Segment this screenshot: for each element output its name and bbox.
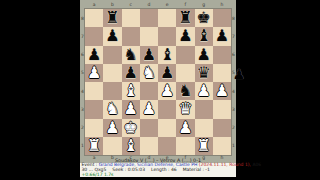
black-pawn-icon: ♟ (85, 46, 103, 64)
rank-labels-right: 87654321 (231, 9, 236, 155)
square-c8[interactable] (122, 9, 140, 27)
white-bishop-icon: ♝ (122, 137, 140, 155)
rank-label: 8 (231, 9, 236, 27)
file-label: f (176, 2, 194, 8)
square-b5[interactable] (103, 64, 121, 82)
square-c5[interactable]: ♟ (122, 64, 140, 82)
eco-code: A06 (252, 162, 261, 167)
video-frame: { "game": "chess", "position": { "fen": … (0, 0, 320, 180)
square-g3[interactable] (195, 100, 213, 118)
black-pawn-icon: ♟ (158, 64, 176, 82)
square-c1[interactable]: ♝ (122, 137, 140, 155)
square-c2[interactable]: ♚ (122, 119, 140, 137)
black-pawn-icon: ♟ (140, 46, 158, 64)
square-c3[interactable]: ♟ (122, 100, 140, 118)
square-h6[interactable] (213, 46, 231, 64)
square-b6[interactable] (103, 46, 121, 64)
square-d1[interactable] (140, 137, 158, 155)
black-knight-icon: ♞ (176, 82, 194, 100)
square-b8[interactable]: ♜ (103, 9, 121, 27)
square-d2[interactable] (140, 119, 158, 137)
square-f7[interactable]: ♟ (176, 27, 194, 45)
game-length: Length : 46 (151, 168, 177, 173)
rank-label: 6 (231, 46, 236, 64)
black-rook-icon: ♜ (176, 9, 194, 27)
square-h8[interactable] (213, 9, 231, 27)
square-f5[interactable] (176, 64, 194, 82)
square-d4[interactable] (140, 82, 158, 100)
square-d7[interactable] (140, 27, 158, 45)
square-h3[interactable] (213, 100, 231, 118)
square-h2[interactable] (213, 119, 231, 137)
square-e2[interactable] (158, 119, 176, 137)
white-pawn-icon: ♟ (213, 82, 231, 100)
black-king-icon: ♚ (195, 9, 213, 27)
rank-label: 7 (231, 27, 236, 45)
black-knight-icon: ♞ (122, 46, 140, 64)
rank-label: 3 (231, 100, 236, 118)
file-label: a (85, 2, 103, 8)
file-label: e (158, 2, 176, 8)
black-rook-icon: ♜ (103, 9, 121, 27)
file-label: h (213, 2, 231, 8)
square-a1[interactable]: ♜ (85, 137, 103, 155)
square-f8[interactable]: ♜ (176, 9, 194, 27)
square-f4[interactable]: ♞ (176, 82, 194, 100)
square-e5[interactable]: ♟ (158, 64, 176, 82)
square-e1[interactable] (158, 137, 176, 155)
black-pawn-icon: ♟ (103, 27, 121, 45)
caption-box: Event : Grand Belgrade, Sicilian Defense… (80, 163, 236, 178)
square-a3[interactable] (85, 100, 103, 118)
black-pawn-icon: ♟ (195, 46, 213, 64)
square-c7[interactable] (122, 27, 140, 45)
square-a2[interactable] (85, 119, 103, 137)
square-e4[interactable]: ♟ (158, 82, 176, 100)
engine-eval-line: +0.66/17 1.7s (82, 173, 237, 178)
square-g4[interactable]: ♟ (195, 82, 213, 100)
black-pawn-icon: ♟ (122, 64, 140, 82)
black-pawn-icon: ♟ (176, 27, 194, 45)
square-h1[interactable] (213, 137, 231, 155)
square-f2[interactable]: ♟ (176, 119, 194, 137)
square-c4[interactable]: ♝ (122, 82, 140, 100)
square-b1[interactable] (103, 137, 121, 155)
white-pawn-icon: ♟ (176, 119, 194, 137)
material-balance: Material : -1 (183, 168, 210, 173)
square-f1[interactable] (176, 137, 194, 155)
square-e7[interactable] (158, 27, 176, 45)
white-pawn-icon: ♟ (85, 64, 103, 82)
white-rook-icon: ♜ (85, 137, 103, 155)
square-g7[interactable]: ♝ (195, 27, 213, 45)
square-a6[interactable]: ♟ (85, 46, 103, 64)
square-b3[interactable]: ♞ (103, 100, 121, 118)
rank-label: 2 (231, 119, 236, 137)
rank-label: 1 (231, 137, 236, 155)
game-panel: abcdefgh 87654321 87654321 ♜♜♚♟♟♝♟♟♞♟♝♟♟… (80, 0, 236, 177)
square-d3[interactable]: ♟ (140, 100, 158, 118)
square-a7[interactable] (85, 27, 103, 45)
square-f3[interactable]: ♛ (176, 100, 194, 118)
white-king-icon: ♚ (122, 119, 140, 137)
square-d6[interactable]: ♟ (140, 46, 158, 64)
square-a8[interactable] (85, 9, 103, 27)
black-pawn-icon: ♟ (213, 27, 231, 45)
chess-board: ♜♜♚♟♟♝♟♟♞♟♝♟♟♟♞♟♛♝♟♞♟♟♞♟♟♛♟♚♟♜♝♜ (85, 9, 231, 155)
square-a4[interactable] (85, 82, 103, 100)
black-queen-icon: ♛ (195, 64, 213, 82)
black-bishop-icon: ♝ (158, 46, 176, 64)
white-knight-icon: ♞ (140, 64, 158, 82)
square-b7[interactable]: ♟ (103, 27, 121, 45)
square-e8[interactable] (158, 9, 176, 27)
white-knight-icon: ♞ (103, 100, 121, 118)
white-pawn-icon: ♟ (158, 82, 176, 100)
white-bishop-icon: ♝ (122, 82, 140, 100)
square-g2[interactable] (195, 119, 213, 137)
white-pawn-icon: ♟ (140, 100, 158, 118)
square-g1[interactable]: ♜ (195, 137, 213, 155)
white-pawn-icon: ♟ (195, 82, 213, 100)
file-label: c (122, 2, 140, 8)
square-d8[interactable] (140, 9, 158, 27)
square-c6[interactable]: ♞ (122, 46, 140, 64)
file-label: b (103, 2, 121, 8)
square-h4[interactable]: ♟ (213, 82, 231, 100)
square-h7[interactable]: ♟ (213, 27, 231, 45)
square-f6[interactable] (176, 46, 194, 64)
white-pawn-icon: ♟ (103, 119, 121, 137)
material-black-pawn-icon: ♟ (232, 66, 246, 82)
white-rook-icon: ♜ (195, 137, 213, 155)
white-queen-icon: ♛ (176, 100, 194, 118)
square-d5[interactable]: ♞ (140, 64, 158, 82)
square-e6[interactable]: ♝ (158, 46, 176, 64)
seek-time: Seek : 0:05:03 (112, 168, 145, 173)
square-e3[interactable] (158, 100, 176, 118)
square-g6[interactable]: ♟ (195, 46, 213, 64)
file-labels-top: abcdefgh (85, 2, 231, 8)
square-b2[interactable]: ♟ (103, 119, 121, 137)
white-pawn-icon: ♟ (122, 100, 140, 118)
square-g5[interactable]: ♛ (195, 64, 213, 82)
square-h5[interactable] (213, 64, 231, 82)
square-b4[interactable] (103, 82, 121, 100)
square-a5[interactable]: ♟ (85, 64, 103, 82)
rank-label: 4 (231, 82, 236, 100)
black-bishop-icon: ♝ (195, 27, 213, 45)
file-label: d (140, 2, 158, 8)
square-g8[interactable]: ♚ (195, 9, 213, 27)
file-label: g (195, 2, 213, 8)
